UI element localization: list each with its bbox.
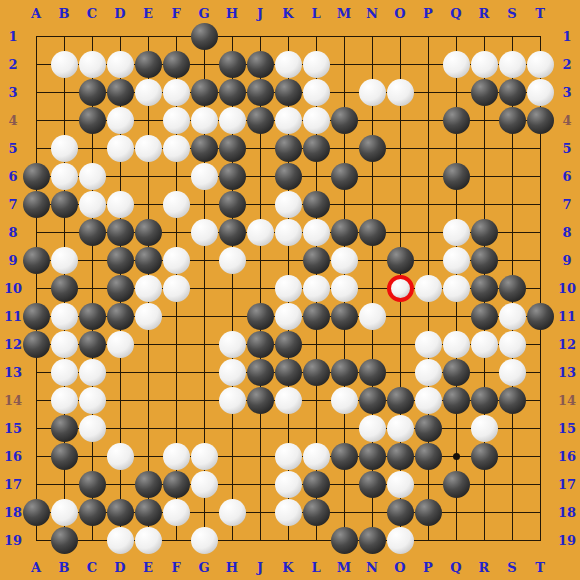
point-L10[interactable] — [302, 274, 330, 302]
point-Q12[interactable] — [442, 330, 470, 358]
point-L11[interactable] — [302, 302, 330, 330]
point-O2[interactable] — [386, 50, 414, 78]
point-H4[interactable] — [218, 106, 246, 134]
point-H2[interactable] — [218, 50, 246, 78]
point-R5[interactable] — [470, 134, 498, 162]
point-C15[interactable] — [78, 414, 106, 442]
point-F7[interactable] — [162, 190, 190, 218]
point-O9[interactable] — [386, 246, 414, 274]
point-E3[interactable] — [134, 78, 162, 106]
point-Q11[interactable] — [442, 302, 470, 330]
point-H13[interactable] — [218, 358, 246, 386]
point-F14[interactable] — [162, 386, 190, 414]
point-S9[interactable] — [498, 246, 526, 274]
point-K17[interactable] — [274, 470, 302, 498]
point-K6[interactable] — [274, 162, 302, 190]
point-P6[interactable] — [414, 162, 442, 190]
point-P9[interactable] — [414, 246, 442, 274]
point-O13[interactable] — [386, 358, 414, 386]
point-R7[interactable] — [470, 190, 498, 218]
point-L13[interactable] — [302, 358, 330, 386]
point-R6[interactable] — [470, 162, 498, 190]
point-T13[interactable] — [526, 358, 554, 386]
point-R11[interactable] — [470, 302, 498, 330]
point-J3[interactable] — [246, 78, 274, 106]
point-L19[interactable] — [302, 526, 330, 554]
point-C5[interactable] — [78, 134, 106, 162]
point-M12[interactable] — [330, 330, 358, 358]
point-R16[interactable] — [470, 442, 498, 470]
point-J12[interactable] — [246, 330, 274, 358]
point-Q8[interactable] — [442, 218, 470, 246]
point-N2[interactable] — [358, 50, 386, 78]
point-G5[interactable] — [190, 134, 218, 162]
point-E14[interactable] — [134, 386, 162, 414]
point-A13[interactable] — [22, 358, 50, 386]
point-O5[interactable] — [386, 134, 414, 162]
point-C12[interactable] — [78, 330, 106, 358]
point-Q9[interactable] — [442, 246, 470, 274]
point-A16[interactable] — [22, 442, 50, 470]
point-F18[interactable] — [162, 498, 190, 526]
point-S14[interactable] — [498, 386, 526, 414]
point-N14[interactable] — [358, 386, 386, 414]
point-Q13[interactable] — [442, 358, 470, 386]
point-Q5[interactable] — [442, 134, 470, 162]
point-S16[interactable] — [498, 442, 526, 470]
point-N13[interactable] — [358, 358, 386, 386]
point-T7[interactable] — [526, 190, 554, 218]
point-D6[interactable] — [106, 162, 134, 190]
point-Q7[interactable] — [442, 190, 470, 218]
point-G15[interactable] — [190, 414, 218, 442]
point-D18[interactable] — [106, 498, 134, 526]
point-D12[interactable] — [106, 330, 134, 358]
point-C17[interactable] — [78, 470, 106, 498]
point-D11[interactable] — [106, 302, 134, 330]
point-C1[interactable] — [78, 22, 106, 50]
point-E13[interactable] — [134, 358, 162, 386]
point-T8[interactable] — [526, 218, 554, 246]
point-L17[interactable] — [302, 470, 330, 498]
point-D15[interactable] — [106, 414, 134, 442]
point-K19[interactable] — [274, 526, 302, 554]
point-G18[interactable] — [190, 498, 218, 526]
point-H18[interactable] — [218, 498, 246, 526]
point-S18[interactable] — [498, 498, 526, 526]
point-C19[interactable] — [78, 526, 106, 554]
point-B10[interactable] — [50, 274, 78, 302]
point-L4[interactable] — [302, 106, 330, 134]
point-Q3[interactable] — [442, 78, 470, 106]
point-D17[interactable] — [106, 470, 134, 498]
point-P19[interactable] — [414, 526, 442, 554]
point-C7[interactable] — [78, 190, 106, 218]
point-R9[interactable] — [470, 246, 498, 274]
point-P14[interactable] — [414, 386, 442, 414]
point-O1[interactable] — [386, 22, 414, 50]
point-K3[interactable] — [274, 78, 302, 106]
point-L7[interactable] — [302, 190, 330, 218]
point-R4[interactable] — [470, 106, 498, 134]
point-B3[interactable] — [50, 78, 78, 106]
point-N10[interactable] — [358, 274, 386, 302]
point-G2[interactable] — [190, 50, 218, 78]
point-O18[interactable] — [386, 498, 414, 526]
point-J18[interactable] — [246, 498, 274, 526]
point-N11[interactable] — [358, 302, 386, 330]
point-T18[interactable] — [526, 498, 554, 526]
point-E9[interactable] — [134, 246, 162, 274]
point-K7[interactable] — [274, 190, 302, 218]
point-K5[interactable] — [274, 134, 302, 162]
point-O11[interactable] — [386, 302, 414, 330]
point-Q14[interactable] — [442, 386, 470, 414]
point-S6[interactable] — [498, 162, 526, 190]
point-G8[interactable] — [190, 218, 218, 246]
point-L14[interactable] — [302, 386, 330, 414]
point-P4[interactable] — [414, 106, 442, 134]
point-R15[interactable] — [470, 414, 498, 442]
point-M2[interactable] — [330, 50, 358, 78]
point-D8[interactable] — [106, 218, 134, 246]
point-A14[interactable] — [22, 386, 50, 414]
point-E18[interactable] — [134, 498, 162, 526]
point-O19[interactable] — [386, 526, 414, 554]
point-K16[interactable] — [274, 442, 302, 470]
point-J1[interactable] — [246, 22, 274, 50]
point-J15[interactable] — [246, 414, 274, 442]
point-K11[interactable] — [274, 302, 302, 330]
point-Q1[interactable] — [442, 22, 470, 50]
point-K1[interactable] — [274, 22, 302, 50]
point-A4[interactable] — [22, 106, 50, 134]
point-H7[interactable] — [218, 190, 246, 218]
point-P10[interactable] — [414, 274, 442, 302]
point-E17[interactable] — [134, 470, 162, 498]
point-R19[interactable] — [470, 526, 498, 554]
point-F4[interactable] — [162, 106, 190, 134]
point-K15[interactable] — [274, 414, 302, 442]
point-F11[interactable] — [162, 302, 190, 330]
point-L16[interactable] — [302, 442, 330, 470]
point-K10[interactable] — [274, 274, 302, 302]
point-L8[interactable] — [302, 218, 330, 246]
point-O6[interactable] — [386, 162, 414, 190]
point-A18[interactable] — [22, 498, 50, 526]
point-G4[interactable] — [190, 106, 218, 134]
point-C13[interactable] — [78, 358, 106, 386]
point-B12[interactable] — [50, 330, 78, 358]
point-T6[interactable] — [526, 162, 554, 190]
point-G10[interactable] — [190, 274, 218, 302]
point-M8[interactable] — [330, 218, 358, 246]
point-O14[interactable] — [386, 386, 414, 414]
point-A15[interactable] — [22, 414, 50, 442]
point-G6[interactable] — [190, 162, 218, 190]
point-A11[interactable] — [22, 302, 50, 330]
point-O15[interactable] — [386, 414, 414, 442]
point-S5[interactable] — [498, 134, 526, 162]
point-L9[interactable] — [302, 246, 330, 274]
point-B17[interactable] — [50, 470, 78, 498]
point-M11[interactable] — [330, 302, 358, 330]
point-Q6[interactable] — [442, 162, 470, 190]
point-J14[interactable] — [246, 386, 274, 414]
point-C8[interactable] — [78, 218, 106, 246]
point-A1[interactable] — [22, 22, 50, 50]
point-P13[interactable] — [414, 358, 442, 386]
point-F12[interactable] — [162, 330, 190, 358]
point-J4[interactable] — [246, 106, 274, 134]
point-R13[interactable] — [470, 358, 498, 386]
point-H10[interactable] — [218, 274, 246, 302]
point-M7[interactable] — [330, 190, 358, 218]
point-M17[interactable] — [330, 470, 358, 498]
point-C4[interactable] — [78, 106, 106, 134]
point-O4[interactable] — [386, 106, 414, 134]
point-S3[interactable] — [498, 78, 526, 106]
point-H6[interactable] — [218, 162, 246, 190]
point-P5[interactable] — [414, 134, 442, 162]
point-N15[interactable] — [358, 414, 386, 442]
point-A2[interactable] — [22, 50, 50, 78]
point-A12[interactable] — [22, 330, 50, 358]
point-Q18[interactable] — [442, 498, 470, 526]
point-C14[interactable] — [78, 386, 106, 414]
point-A6[interactable] — [22, 162, 50, 190]
point-F1[interactable] — [162, 22, 190, 50]
point-F10[interactable] — [162, 274, 190, 302]
point-K4[interactable] — [274, 106, 302, 134]
point-P18[interactable] — [414, 498, 442, 526]
point-A3[interactable] — [22, 78, 50, 106]
point-M5[interactable] — [330, 134, 358, 162]
point-J7[interactable] — [246, 190, 274, 218]
point-D2[interactable] — [106, 50, 134, 78]
point-K9[interactable] — [274, 246, 302, 274]
point-T1[interactable] — [526, 22, 554, 50]
point-C2[interactable] — [78, 50, 106, 78]
point-H17[interactable] — [218, 470, 246, 498]
point-K2[interactable] — [274, 50, 302, 78]
point-K13[interactable] — [274, 358, 302, 386]
point-R18[interactable] — [470, 498, 498, 526]
point-L15[interactable] — [302, 414, 330, 442]
point-L5[interactable] — [302, 134, 330, 162]
point-T16[interactable] — [526, 442, 554, 470]
point-F17[interactable] — [162, 470, 190, 498]
point-E19[interactable] — [134, 526, 162, 554]
point-A7[interactable] — [22, 190, 50, 218]
point-N12[interactable] — [358, 330, 386, 358]
point-H5[interactable] — [218, 134, 246, 162]
point-T3[interactable] — [526, 78, 554, 106]
point-M4[interactable] — [330, 106, 358, 134]
point-C9[interactable] — [78, 246, 106, 274]
point-M16[interactable] — [330, 442, 358, 470]
point-R17[interactable] — [470, 470, 498, 498]
point-N17[interactable] — [358, 470, 386, 498]
point-S7[interactable] — [498, 190, 526, 218]
point-A9[interactable] — [22, 246, 50, 274]
point-E8[interactable] — [134, 218, 162, 246]
point-Q16[interactable] — [442, 442, 470, 470]
point-R14[interactable] — [470, 386, 498, 414]
point-A17[interactable] — [22, 470, 50, 498]
point-N16[interactable] — [358, 442, 386, 470]
point-M15[interactable] — [330, 414, 358, 442]
point-Q10[interactable] — [442, 274, 470, 302]
point-E16[interactable] — [134, 442, 162, 470]
point-E12[interactable] — [134, 330, 162, 358]
point-P11[interactable] — [414, 302, 442, 330]
point-M10[interactable] — [330, 274, 358, 302]
point-E15[interactable] — [134, 414, 162, 442]
point-Q2[interactable] — [442, 50, 470, 78]
point-F15[interactable] — [162, 414, 190, 442]
point-T10[interactable] — [526, 274, 554, 302]
point-G9[interactable] — [190, 246, 218, 274]
point-J19[interactable] — [246, 526, 274, 554]
point-M18[interactable] — [330, 498, 358, 526]
point-B4[interactable] — [50, 106, 78, 134]
point-L3[interactable] — [302, 78, 330, 106]
point-C18[interactable] — [78, 498, 106, 526]
point-O16[interactable] — [386, 442, 414, 470]
point-D13[interactable] — [106, 358, 134, 386]
point-P8[interactable] — [414, 218, 442, 246]
point-S12[interactable] — [498, 330, 526, 358]
point-P16[interactable] — [414, 442, 442, 470]
point-R12[interactable] — [470, 330, 498, 358]
point-P7[interactable] — [414, 190, 442, 218]
point-B19[interactable] — [50, 526, 78, 554]
point-P17[interactable] — [414, 470, 442, 498]
point-S4[interactable] — [498, 106, 526, 134]
point-J9[interactable] — [246, 246, 274, 274]
point-B18[interactable] — [50, 498, 78, 526]
point-E6[interactable] — [134, 162, 162, 190]
point-O12[interactable] — [386, 330, 414, 358]
point-T2[interactable] — [526, 50, 554, 78]
point-E11[interactable] — [134, 302, 162, 330]
point-L1[interactable] — [302, 22, 330, 50]
point-D9[interactable] — [106, 246, 134, 274]
point-B15[interactable] — [50, 414, 78, 442]
point-Q4[interactable] — [442, 106, 470, 134]
point-C16[interactable] — [78, 442, 106, 470]
point-B6[interactable] — [50, 162, 78, 190]
point-D10[interactable] — [106, 274, 134, 302]
point-F16[interactable] — [162, 442, 190, 470]
point-R3[interactable] — [470, 78, 498, 106]
point-T4[interactable] — [526, 106, 554, 134]
point-E7[interactable] — [134, 190, 162, 218]
point-O8[interactable] — [386, 218, 414, 246]
point-H3[interactable] — [218, 78, 246, 106]
point-K18[interactable] — [274, 498, 302, 526]
point-H19[interactable] — [218, 526, 246, 554]
point-N6[interactable] — [358, 162, 386, 190]
point-L6[interactable] — [302, 162, 330, 190]
point-K8[interactable] — [274, 218, 302, 246]
point-H15[interactable] — [218, 414, 246, 442]
point-G12[interactable] — [190, 330, 218, 358]
point-C10[interactable] — [78, 274, 106, 302]
point-T17[interactable] — [526, 470, 554, 498]
point-N3[interactable] — [358, 78, 386, 106]
point-A5[interactable] — [22, 134, 50, 162]
point-N18[interactable] — [358, 498, 386, 526]
point-P2[interactable] — [414, 50, 442, 78]
point-T14[interactable] — [526, 386, 554, 414]
point-H1[interactable] — [218, 22, 246, 50]
point-J8[interactable] — [246, 218, 274, 246]
point-B14[interactable] — [50, 386, 78, 414]
point-N7[interactable] — [358, 190, 386, 218]
point-A8[interactable] — [22, 218, 50, 246]
point-S17[interactable] — [498, 470, 526, 498]
point-R10[interactable] — [470, 274, 498, 302]
point-L18[interactable] — [302, 498, 330, 526]
point-J16[interactable] — [246, 442, 274, 470]
point-G16[interactable] — [190, 442, 218, 470]
point-L2[interactable] — [302, 50, 330, 78]
point-D16[interactable] — [106, 442, 134, 470]
point-J6[interactable] — [246, 162, 274, 190]
point-S15[interactable] — [498, 414, 526, 442]
point-A19[interactable] — [22, 526, 50, 554]
point-O10[interactable] — [386, 274, 414, 302]
point-B8[interactable] — [50, 218, 78, 246]
point-M13[interactable] — [330, 358, 358, 386]
point-J17[interactable] — [246, 470, 274, 498]
point-B11[interactable] — [50, 302, 78, 330]
point-G17[interactable] — [190, 470, 218, 498]
point-G13[interactable] — [190, 358, 218, 386]
point-Q19[interactable] — [442, 526, 470, 554]
point-E1[interactable] — [134, 22, 162, 50]
point-M9[interactable] — [330, 246, 358, 274]
point-H11[interactable] — [218, 302, 246, 330]
point-G14[interactable] — [190, 386, 218, 414]
point-C3[interactable] — [78, 78, 106, 106]
point-K14[interactable] — [274, 386, 302, 414]
point-N8[interactable] — [358, 218, 386, 246]
point-F2[interactable] — [162, 50, 190, 78]
point-N1[interactable] — [358, 22, 386, 50]
point-G7[interactable] — [190, 190, 218, 218]
point-G11[interactable] — [190, 302, 218, 330]
point-L12[interactable] — [302, 330, 330, 358]
point-S19[interactable] — [498, 526, 526, 554]
point-B1[interactable] — [50, 22, 78, 50]
point-C11[interactable] — [78, 302, 106, 330]
point-M3[interactable] — [330, 78, 358, 106]
point-N4[interactable] — [358, 106, 386, 134]
point-D19[interactable] — [106, 526, 134, 554]
point-E10[interactable] — [134, 274, 162, 302]
point-S8[interactable] — [498, 218, 526, 246]
point-J11[interactable] — [246, 302, 274, 330]
point-P12[interactable] — [414, 330, 442, 358]
point-B2[interactable] — [50, 50, 78, 78]
point-M14[interactable] — [330, 386, 358, 414]
point-P3[interactable] — [414, 78, 442, 106]
point-N19[interactable] — [358, 526, 386, 554]
point-O7[interactable] — [386, 190, 414, 218]
